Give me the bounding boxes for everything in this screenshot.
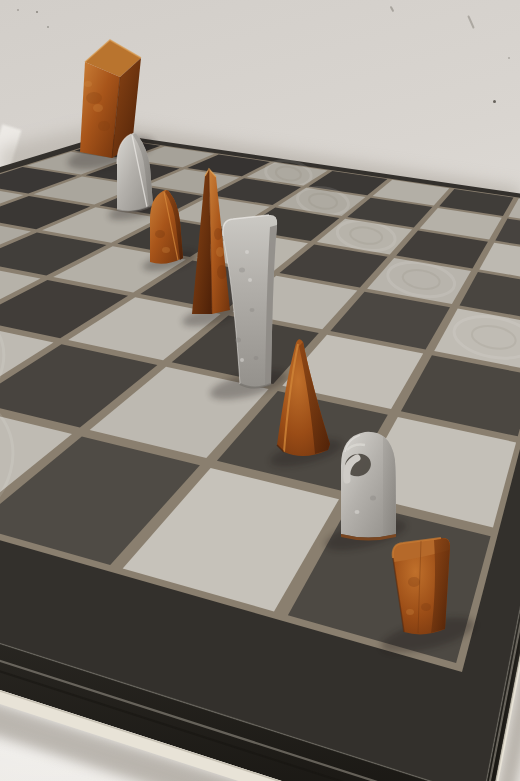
piece-black-knight[interactable] [272, 334, 334, 458]
piece-white-knight[interactable] [327, 408, 397, 540]
piece-white-king[interactable] [212, 210, 278, 390]
piece-black-pawn[interactable] [384, 532, 464, 640]
photo-scene [0, 0, 520, 781]
